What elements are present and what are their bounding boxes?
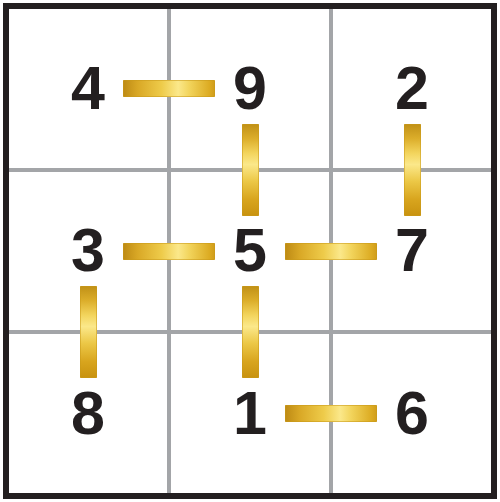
connector-bar-2-7 [404,124,421,216]
digit-r2c1: 3 [71,220,105,281]
connector-bar-3-8 [80,286,97,378]
page: 4 9 2 3 5 7 8 1 6 [0,0,500,502]
digit-r1c3: 2 [395,58,429,119]
digit-r3c2: 1 [233,383,267,444]
connector-bar-9-5 [242,124,259,216]
digit-r1c1: 4 [71,58,105,119]
digit-r3c3: 6 [395,383,429,444]
connector-bar-3-5 [123,243,215,260]
connector-bar-5-7 [285,243,377,260]
digit-r2c3: 7 [395,220,429,281]
connector-bar-4-9 [123,80,215,97]
digit-r2c2: 5 [233,220,267,281]
digit-r3c1: 8 [71,383,105,444]
magic-square-board: 4 9 2 3 5 7 8 1 6 [3,3,497,499]
connector-bar-5-1 [242,286,259,378]
digit-r1c2: 9 [233,58,267,119]
connector-bar-1-6 [285,405,377,422]
